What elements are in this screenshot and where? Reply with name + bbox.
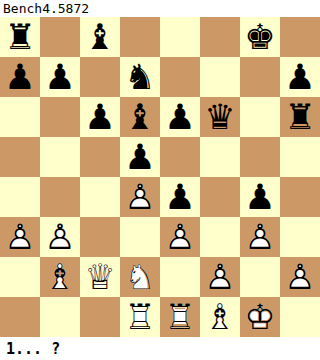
square-g2[interactable] — [240, 257, 280, 297]
square-d6[interactable]: ♝ — [120, 97, 160, 137]
white-king[interactable]: ♚♔ — [240, 297, 280, 337]
square-h7[interactable]: ♟ — [280, 57, 320, 97]
square-g5[interactable] — [240, 137, 280, 177]
square-d7[interactable]: ♞ — [120, 57, 160, 97]
square-b5[interactable] — [40, 137, 80, 177]
black-bishop[interactable]: ♝ — [120, 97, 160, 137]
square-c8[interactable]: ♝ — [80, 17, 120, 57]
square-f6[interactable]: ♛ — [200, 97, 240, 137]
square-e6[interactable]: ♟ — [160, 97, 200, 137]
black-pawn[interactable]: ♟ — [280, 57, 320, 97]
black-knight[interactable]: ♞ — [120, 57, 160, 97]
square-g8[interactable]: ♚ — [240, 17, 280, 57]
white-piece-outline: ♙ — [280, 257, 320, 297]
black-bishop[interactable]: ♝ — [80, 17, 120, 57]
white-piece-outline: ♖ — [160, 297, 200, 337]
square-b4[interactable] — [40, 177, 80, 217]
white-piece-outline: ♕ — [80, 257, 120, 297]
square-b1[interactable] — [40, 297, 80, 337]
white-piece-outline: ♙ — [40, 217, 80, 257]
white-piece-outline: ♗ — [200, 297, 240, 337]
square-e8[interactable] — [160, 17, 200, 57]
square-g7[interactable] — [240, 57, 280, 97]
white-rook[interactable]: ♜♖ — [120, 297, 160, 337]
chess-app-window: Bench4.5872 ♜♝♚♟♟♞♟♟♝♟♛♜♟♟♙♟♟♟♙♟♙♟♙♟♙♝♗♛… — [0, 0, 320, 360]
white-rook[interactable]: ♜♖ — [160, 297, 200, 337]
square-d4[interactable]: ♟♙ — [120, 177, 160, 217]
square-g4[interactable]: ♟ — [240, 177, 280, 217]
square-a6[interactable] — [0, 97, 40, 137]
square-g6[interactable] — [240, 97, 280, 137]
square-d8[interactable] — [120, 17, 160, 57]
square-d5[interactable]: ♟ — [120, 137, 160, 177]
square-a2[interactable] — [0, 257, 40, 297]
black-queen[interactable]: ♛ — [200, 97, 240, 137]
white-knight[interactable]: ♞♘ — [120, 257, 160, 297]
white-piece-outline: ♘ — [120, 257, 160, 297]
black-pawn[interactable]: ♟ — [120, 137, 160, 177]
white-pawn[interactable]: ♟♙ — [40, 217, 80, 257]
square-h8[interactable] — [280, 17, 320, 57]
square-b6[interactable] — [40, 97, 80, 137]
square-f8[interactable] — [200, 17, 240, 57]
square-b3[interactable]: ♟♙ — [40, 217, 80, 257]
square-e1[interactable]: ♜♖ — [160, 297, 200, 337]
square-b8[interactable] — [40, 17, 80, 57]
white-piece-outline: ♔ — [240, 297, 280, 337]
white-piece-outline: ♖ — [120, 297, 160, 337]
white-queen[interactable]: ♛♕ — [80, 257, 120, 297]
square-h3[interactable] — [280, 217, 320, 257]
black-rook[interactable]: ♜ — [0, 17, 40, 57]
square-g1[interactable]: ♚♔ — [240, 297, 280, 337]
square-f5[interactable] — [200, 137, 240, 177]
square-a7[interactable]: ♟ — [0, 57, 40, 97]
square-f3[interactable] — [200, 217, 240, 257]
black-pawn[interactable]: ♟ — [40, 57, 80, 97]
white-pawn[interactable]: ♟♙ — [200, 257, 240, 297]
square-c6[interactable]: ♟ — [80, 97, 120, 137]
square-g3[interactable]: ♟♙ — [240, 217, 280, 257]
square-e2[interactable] — [160, 257, 200, 297]
square-c3[interactable] — [80, 217, 120, 257]
square-e4[interactable]: ♟ — [160, 177, 200, 217]
white-bishop[interactable]: ♝♗ — [200, 297, 240, 337]
square-f1[interactable]: ♝♗ — [200, 297, 240, 337]
square-e3[interactable]: ♟♙ — [160, 217, 200, 257]
white-bishop[interactable]: ♝♗ — [40, 257, 80, 297]
square-a1[interactable] — [0, 297, 40, 337]
white-piece-outline: ♙ — [160, 217, 200, 257]
white-pawn[interactable]: ♟♙ — [0, 217, 40, 257]
white-pawn[interactable]: ♟♙ — [160, 217, 200, 257]
square-c4[interactable] — [80, 177, 120, 217]
square-h6[interactable]: ♜ — [280, 97, 320, 137]
square-e7[interactable] — [160, 57, 200, 97]
square-c1[interactable] — [80, 297, 120, 337]
square-b7[interactable]: ♟ — [40, 57, 80, 97]
window-title: Bench4.5872 — [0, 0, 320, 17]
square-h1[interactable] — [280, 297, 320, 337]
chess-board: ♜♝♚♟♟♞♟♟♝♟♛♜♟♟♙♟♟♟♙♟♙♟♙♟♙♝♗♛♕♞♘♟♙♟♙♜♖♜♖♝… — [0, 17, 320, 337]
square-a3[interactable]: ♟♙ — [0, 217, 40, 257]
square-f7[interactable] — [200, 57, 240, 97]
square-h5[interactable] — [280, 137, 320, 177]
black-pawn[interactable]: ♟ — [160, 97, 200, 137]
square-f2[interactable]: ♟♙ — [200, 257, 240, 297]
black-pawn[interactable]: ♟ — [160, 177, 200, 217]
square-c7[interactable] — [80, 57, 120, 97]
black-pawn[interactable]: ♟ — [240, 177, 280, 217]
white-piece-outline: ♙ — [0, 217, 40, 257]
square-d3[interactable] — [120, 217, 160, 257]
white-piece-outline: ♗ — [40, 257, 80, 297]
square-b2[interactable]: ♝♗ — [40, 257, 80, 297]
white-piece-outline: ♙ — [200, 257, 240, 297]
black-rook[interactable]: ♜ — [280, 97, 320, 137]
square-c5[interactable] — [80, 137, 120, 177]
square-a8[interactable]: ♜ — [0, 17, 40, 57]
black-pawn[interactable]: ♟ — [80, 97, 120, 137]
square-a4[interactable] — [0, 177, 40, 217]
square-h4[interactable] — [280, 177, 320, 217]
move-prompt: 1... ? — [0, 337, 320, 360]
white-piece-outline: ♙ — [240, 217, 280, 257]
white-pawn[interactable]: ♟♙ — [280, 257, 320, 297]
square-e5[interactable] — [160, 137, 200, 177]
black-pawn[interactable]: ♟ — [0, 57, 40, 97]
square-d2[interactable]: ♞♘ — [120, 257, 160, 297]
square-f4[interactable] — [200, 177, 240, 217]
white-piece-outline: ♙ — [120, 177, 160, 217]
square-h2[interactable]: ♟♙ — [280, 257, 320, 297]
square-d1[interactable]: ♜♖ — [120, 297, 160, 337]
white-pawn[interactable]: ♟♙ — [240, 217, 280, 257]
square-a5[interactable] — [0, 137, 40, 177]
square-c2[interactable]: ♛♕ — [80, 257, 120, 297]
white-pawn[interactable]: ♟♙ — [120, 177, 160, 217]
black-king[interactable]: ♚ — [240, 17, 280, 57]
